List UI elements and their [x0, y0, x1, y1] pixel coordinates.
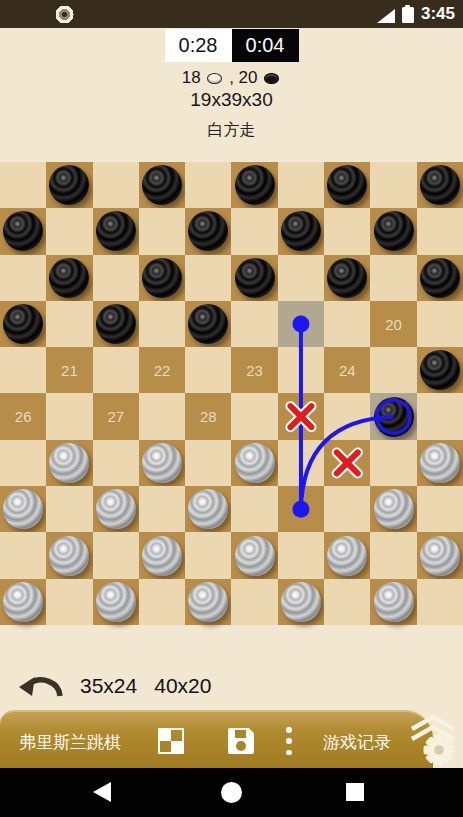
board-square	[370, 162, 416, 208]
board-square	[278, 532, 324, 578]
game-info-panel: 0:28 0:04 18 , 20 19x39x30 白方走	[0, 28, 463, 162]
white-man-40[interactable]	[374, 489, 414, 529]
board-square-25[interactable]	[417, 347, 463, 393]
board-square-28[interactable]: 28	[185, 393, 231, 439]
board-square-20[interactable]: 20	[370, 301, 416, 347]
board-square-48[interactable]	[185, 579, 231, 625]
black-man-8[interactable]	[188, 211, 228, 251]
board-square-35[interactable]	[417, 440, 463, 486]
black-piece-icon	[264, 73, 279, 84]
board-square-11[interactable]	[46, 255, 92, 301]
white-man-42[interactable]	[142, 536, 182, 576]
black-man-6[interactable]	[3, 211, 43, 251]
white-man-49[interactable]	[281, 582, 321, 622]
board-square	[93, 255, 139, 301]
white-clock: 0:28	[165, 29, 232, 62]
board-square-50[interactable]	[370, 579, 416, 625]
board-square-32[interactable]	[139, 440, 185, 486]
white-count: 18	[182, 68, 201, 87]
board-square	[93, 532, 139, 578]
board-square	[139, 208, 185, 254]
board-square	[231, 393, 277, 439]
board-square	[278, 162, 324, 208]
white-man-46[interactable]	[3, 582, 43, 622]
move-options-bar: 35x24 40x20	[0, 625, 463, 710]
board-square	[417, 208, 463, 254]
white-man-36[interactable]	[3, 489, 43, 529]
board-square	[0, 532, 46, 578]
board-square	[417, 301, 463, 347]
board-square	[93, 162, 139, 208]
board-square-26[interactable]: 26	[0, 393, 46, 439]
board-square	[324, 579, 370, 625]
board-square-44[interactable]	[324, 532, 370, 578]
board-square-2[interactable]	[139, 162, 185, 208]
new-game-board-icon[interactable]	[158, 728, 184, 754]
board-square	[0, 347, 46, 393]
board-square	[93, 347, 139, 393]
gear-icon[interactable]	[422, 733, 456, 767]
game-record-button[interactable]: 游戏记录	[323, 731, 391, 754]
square-number: 22	[154, 362, 171, 379]
board-square-7[interactable]	[93, 208, 139, 254]
black-man-11[interactable]	[49, 258, 89, 298]
board-square-3[interactable]	[231, 162, 277, 208]
board-square-39[interactable]	[278, 486, 324, 532]
clock-time: 3:45	[421, 4, 455, 24]
network-type-label: LTE	[369, 1, 384, 10]
status-bar: LTE 3:45	[0, 0, 463, 28]
square-number: 21	[61, 362, 78, 379]
board: 2021222324262728	[0, 162, 463, 625]
undo-button[interactable]	[17, 671, 63, 701]
white-man-38[interactable]	[188, 489, 228, 529]
last-move-text: 19x39x30	[0, 89, 463, 111]
square-number: 26	[15, 408, 32, 425]
board-square	[231, 301, 277, 347]
board-square-23[interactable]: 23	[231, 347, 277, 393]
move-option-2[interactable]: 40x20	[154, 674, 211, 698]
board-square-24[interactable]: 24	[324, 347, 370, 393]
board-square	[185, 347, 231, 393]
board-square	[324, 393, 370, 439]
count-separator: ,	[229, 68, 238, 87]
overflow-menu-icon[interactable]	[286, 727, 292, 755]
board-square-5[interactable]	[417, 162, 463, 208]
board-square-46[interactable]	[0, 579, 46, 625]
square-number: 28	[200, 408, 217, 425]
white-man-37[interactable]	[96, 489, 136, 529]
save-icon[interactable]	[228, 728, 254, 754]
board-square-4[interactable]	[324, 162, 370, 208]
square-number: 27	[107, 408, 124, 425]
board-square	[324, 208, 370, 254]
white-man-50[interactable]	[374, 582, 414, 622]
board-square	[185, 255, 231, 301]
status-icons: LTE 3:45	[377, 0, 455, 28]
undo-arrow-icon	[17, 671, 63, 701]
board-square	[231, 208, 277, 254]
nav-back-button[interactable]	[93, 782, 111, 802]
black-man-25[interactable]	[420, 350, 460, 390]
board-square	[139, 579, 185, 625]
white-man-44[interactable]	[327, 536, 367, 576]
board-square	[231, 486, 277, 532]
board-square-33[interactable]	[231, 440, 277, 486]
board-square-8[interactable]	[185, 208, 231, 254]
bottom-toolbar: 弗里斯兰跳棋 游戏记录	[0, 710, 433, 768]
board-square	[93, 440, 139, 486]
app-title: 弗里斯兰跳棋	[19, 731, 121, 754]
white-man-48[interactable]	[188, 582, 228, 622]
white-man-31[interactable]	[49, 443, 89, 483]
board-square-6[interactable]	[0, 208, 46, 254]
board-square-21[interactable]: 21	[46, 347, 92, 393]
white-man-43[interactable]	[235, 536, 275, 576]
black-man-1[interactable]	[49, 165, 89, 205]
bottom-toolbar-row: 弗里斯兰跳棋 游戏记录	[0, 710, 463, 768]
black-man-2[interactable]	[142, 165, 182, 205]
board-square	[185, 440, 231, 486]
board-square-43[interactable]	[231, 532, 277, 578]
black-man-17[interactable]	[96, 304, 136, 344]
square-number: 24	[339, 362, 356, 379]
board-square	[417, 579, 463, 625]
board-square-36[interactable]	[0, 486, 46, 532]
board-square-10[interactable]	[370, 208, 416, 254]
board-square	[46, 208, 92, 254]
black-man-13[interactable]	[235, 258, 275, 298]
nav-home-button[interactable]	[221, 782, 242, 803]
move-option-1[interactable]: 35x24	[80, 674, 137, 698]
board-square	[139, 486, 185, 532]
board-square-42[interactable]	[139, 532, 185, 578]
board-square-37[interactable]	[93, 486, 139, 532]
board-square	[185, 162, 231, 208]
black-man-16[interactable]	[3, 304, 43, 344]
board-square	[46, 486, 92, 532]
android-nav-bar	[0, 768, 463, 817]
board-square-17[interactable]	[93, 301, 139, 347]
white-man-32[interactable]	[142, 443, 182, 483]
signal-icon: LTE	[377, 9, 395, 23]
white-man-35[interactable]	[420, 443, 460, 483]
black-man-10[interactable]	[374, 211, 414, 251]
board-square-19[interactable]	[278, 301, 324, 347]
square-number: 23	[246, 362, 263, 379]
board-square-14[interactable]	[324, 255, 370, 301]
black-man-9[interactable]	[281, 211, 321, 251]
board-square	[278, 347, 324, 393]
board-square-22[interactable]: 22	[139, 347, 185, 393]
board-square	[324, 486, 370, 532]
board-square	[370, 440, 416, 486]
board-square	[0, 440, 46, 486]
board-square	[370, 347, 416, 393]
board-square	[0, 162, 46, 208]
board-square-29[interactable]	[278, 393, 324, 439]
white-piece-icon	[207, 73, 222, 84]
battery-icon	[402, 7, 414, 23]
square-number: 20	[385, 316, 402, 333]
black-man-15[interactable]	[420, 258, 460, 298]
board-square-45[interactable]	[417, 532, 463, 578]
piece-count-line: 18 , 20	[0, 68, 463, 88]
board-square-38[interactable]	[185, 486, 231, 532]
board-square	[139, 393, 185, 439]
black-man-30[interactable]	[374, 397, 414, 437]
board-square	[417, 486, 463, 532]
black-man-12[interactable]	[142, 258, 182, 298]
black-man-14[interactable]	[327, 258, 367, 298]
board-square	[278, 255, 324, 301]
notification-icon	[55, 5, 74, 24]
black-man-7[interactable]	[96, 211, 136, 251]
turn-indicator-text: 白方走	[0, 120, 463, 141]
board-square-27[interactable]: 27	[93, 393, 139, 439]
board-square	[417, 393, 463, 439]
board-square	[370, 255, 416, 301]
board-square-16[interactable]	[0, 301, 46, 347]
board-square	[185, 532, 231, 578]
board-square-47[interactable]	[93, 579, 139, 625]
black-clock: 0:04	[232, 29, 299, 62]
board-square	[46, 579, 92, 625]
nav-recent-button[interactable]	[346, 783, 364, 801]
white-man-47[interactable]	[96, 582, 136, 622]
board-square-12[interactable]	[139, 255, 185, 301]
black-man-18[interactable]	[188, 304, 228, 344]
board-square	[139, 301, 185, 347]
board-square-1[interactable]	[46, 162, 92, 208]
board-square	[0, 255, 46, 301]
settings-pull-tab[interactable]	[401, 710, 463, 768]
white-man-45[interactable]	[420, 536, 460, 576]
black-man-5[interactable]	[420, 165, 460, 205]
board-square-34[interactable]	[324, 440, 370, 486]
white-man-41[interactable]	[49, 536, 89, 576]
black-man-4[interactable]	[327, 165, 367, 205]
board-square-31[interactable]	[46, 440, 92, 486]
board-square-15[interactable]	[417, 255, 463, 301]
board-square	[370, 532, 416, 578]
player-clocks: 0:28 0:04	[0, 28, 463, 62]
board-square-30[interactable]	[370, 393, 416, 439]
board-square-40[interactable]	[370, 486, 416, 532]
board-square	[46, 393, 92, 439]
board-square	[231, 579, 277, 625]
board-square-18[interactable]	[185, 301, 231, 347]
board-square-9[interactable]	[278, 208, 324, 254]
black-count: 20	[239, 68, 258, 87]
board-square	[278, 440, 324, 486]
board-square-49[interactable]	[278, 579, 324, 625]
black-man-3[interactable]	[235, 165, 275, 205]
board-square	[46, 301, 92, 347]
board-square-13[interactable]	[231, 255, 277, 301]
white-man-33[interactable]	[235, 443, 275, 483]
board-square	[324, 301, 370, 347]
board-square-41[interactable]	[46, 532, 92, 578]
app-window: LTE 3:45 0:28 0:04 18 , 20 19x39x30 白方走 …	[0, 0, 463, 817]
